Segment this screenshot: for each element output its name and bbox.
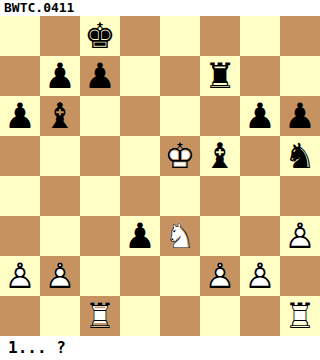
square-c1[interactable]: ♜♖ — [80, 296, 120, 336]
square-d4[interactable] — [120, 176, 160, 216]
square-h5[interactable]: ♞ — [280, 136, 320, 176]
white-pawn: ♙ — [200, 256, 240, 296]
square-f8[interactable] — [200, 16, 240, 56]
square-f3[interactable] — [200, 216, 240, 256]
square-d7[interactable] — [120, 56, 160, 96]
square-c8[interactable]: ♚ — [80, 16, 120, 56]
square-h3[interactable]: ♟♙ — [280, 216, 320, 256]
square-b4[interactable] — [40, 176, 80, 216]
square-d6[interactable] — [120, 96, 160, 136]
square-e2[interactable] — [160, 256, 200, 296]
square-g3[interactable] — [240, 216, 280, 256]
puzzle-title: BWTC.0411 — [0, 0, 320, 16]
black-pawn: ♟ — [120, 216, 160, 256]
black-knight: ♞ — [280, 136, 320, 176]
square-g6[interactable]: ♟ — [240, 96, 280, 136]
black-pawn: ♟ — [0, 96, 40, 136]
white-rook-fill: ♜ — [280, 296, 320, 336]
white-king-fill: ♚ — [160, 136, 200, 176]
square-g8[interactable] — [240, 16, 280, 56]
black-pawn: ♟ — [280, 96, 320, 136]
square-e1[interactable] — [160, 296, 200, 336]
white-knight: ♘ — [160, 216, 200, 256]
square-e3[interactable]: ♞♘ — [160, 216, 200, 256]
square-c7[interactable]: ♟ — [80, 56, 120, 96]
black-bishop: ♝ — [40, 96, 80, 136]
square-c2[interactable] — [80, 256, 120, 296]
square-h7[interactable] — [280, 56, 320, 96]
square-a1[interactable] — [0, 296, 40, 336]
white-rook: ♖ — [80, 296, 120, 336]
square-f1[interactable] — [200, 296, 240, 336]
square-c3[interactable] — [80, 216, 120, 256]
square-h8[interactable] — [280, 16, 320, 56]
square-a6[interactable]: ♟ — [0, 96, 40, 136]
chess-board: ♚♟♟♜♟♝♟♟♚♔♝♞♟♞♘♟♙♟♙♟♙♟♙♟♙♜♖♜♖ — [0, 16, 320, 336]
white-pawn: ♙ — [0, 256, 40, 296]
white-pawn-fill: ♟ — [0, 256, 40, 296]
square-c5[interactable] — [80, 136, 120, 176]
square-e7[interactable] — [160, 56, 200, 96]
black-king: ♚ — [80, 16, 120, 56]
square-f7[interactable]: ♜ — [200, 56, 240, 96]
black-bishop: ♝ — [200, 136, 240, 176]
black-pawn: ♟ — [40, 56, 80, 96]
square-d1[interactable] — [120, 296, 160, 336]
white-pawn: ♙ — [280, 216, 320, 256]
square-e8[interactable] — [160, 16, 200, 56]
square-a3[interactable] — [0, 216, 40, 256]
white-pawn: ♙ — [40, 256, 80, 296]
white-rook: ♖ — [280, 296, 320, 336]
square-h2[interactable] — [280, 256, 320, 296]
square-g4[interactable] — [240, 176, 280, 216]
square-e6[interactable] — [160, 96, 200, 136]
white-rook-fill: ♜ — [80, 296, 120, 336]
square-g1[interactable] — [240, 296, 280, 336]
square-h6[interactable]: ♟ — [280, 96, 320, 136]
square-f5[interactable]: ♝ — [200, 136, 240, 176]
square-a5[interactable] — [0, 136, 40, 176]
white-king: ♔ — [160, 136, 200, 176]
square-b8[interactable] — [40, 16, 80, 56]
square-d5[interactable] — [120, 136, 160, 176]
white-pawn-fill: ♟ — [280, 216, 320, 256]
square-b6[interactable]: ♝ — [40, 96, 80, 136]
square-d2[interactable] — [120, 256, 160, 296]
black-rook: ♜ — [200, 56, 240, 96]
square-h4[interactable] — [280, 176, 320, 216]
square-a2[interactable]: ♟♙ — [0, 256, 40, 296]
square-g2[interactable]: ♟♙ — [240, 256, 280, 296]
square-f4[interactable] — [200, 176, 240, 216]
square-b2[interactable]: ♟♙ — [40, 256, 80, 296]
white-pawn-fill: ♟ — [200, 256, 240, 296]
square-a8[interactable] — [0, 16, 40, 56]
square-g7[interactable] — [240, 56, 280, 96]
square-d3[interactable]: ♟ — [120, 216, 160, 256]
square-c4[interactable] — [80, 176, 120, 216]
square-f6[interactable] — [200, 96, 240, 136]
square-b1[interactable] — [40, 296, 80, 336]
white-knight-fill: ♞ — [160, 216, 200, 256]
square-a7[interactable] — [0, 56, 40, 96]
white-pawn-fill: ♟ — [240, 256, 280, 296]
square-e4[interactable] — [160, 176, 200, 216]
square-e5[interactable]: ♚♔ — [160, 136, 200, 176]
white-pawn: ♙ — [240, 256, 280, 296]
square-a4[interactable] — [0, 176, 40, 216]
white-pawn-fill: ♟ — [40, 256, 80, 296]
black-pawn: ♟ — [80, 56, 120, 96]
square-h1[interactable]: ♜♖ — [280, 296, 320, 336]
square-f2[interactable]: ♟♙ — [200, 256, 240, 296]
square-c6[interactable] — [80, 96, 120, 136]
move-prompt: 1... ? — [0, 336, 320, 360]
black-pawn: ♟ — [240, 96, 280, 136]
square-g5[interactable] — [240, 136, 280, 176]
square-d8[interactable] — [120, 16, 160, 56]
square-b3[interactable] — [40, 216, 80, 256]
square-b5[interactable] — [40, 136, 80, 176]
square-b7[interactable]: ♟ — [40, 56, 80, 96]
